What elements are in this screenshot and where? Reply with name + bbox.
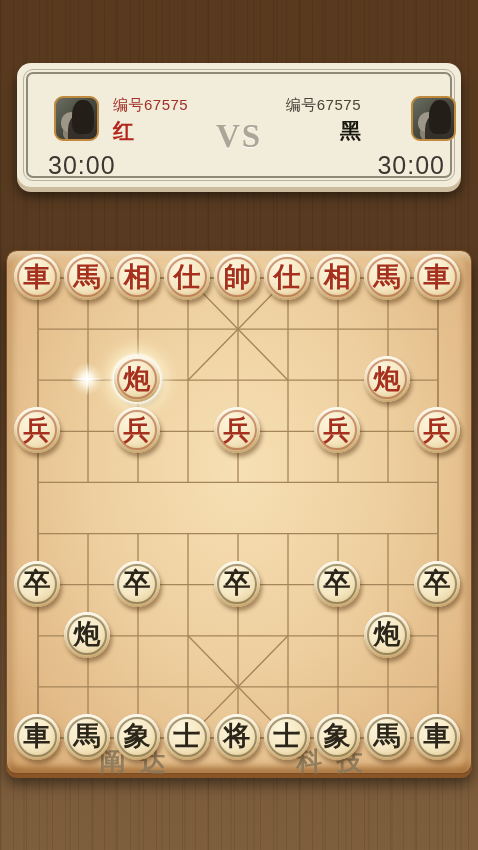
piece-glyph: 士: [274, 723, 301, 750]
piece-black-general[interactable]: 将: [214, 714, 260, 760]
piece-red-cannon[interactable]: 炮: [364, 356, 410, 402]
piece-glyph: 士: [174, 723, 201, 750]
piece-glyph: 仕: [274, 264, 301, 291]
piece-red-soldier[interactable]: 兵: [314, 407, 360, 453]
piece-red-soldier[interactable]: 兵: [414, 407, 460, 453]
piece-black-chariot[interactable]: 車: [414, 714, 460, 760]
piece-glyph: 馬: [374, 264, 401, 291]
piece-red-elephant[interactable]: 相: [314, 254, 360, 300]
piece-glyph: 馬: [374, 723, 401, 750]
piece-glyph: 車: [424, 723, 451, 750]
piece-black-advisor[interactable]: 士: [164, 714, 210, 760]
piece-glyph: 兵: [224, 417, 251, 444]
piece-black-soldier[interactable]: 卒: [314, 561, 360, 607]
piece-glyph: 卒: [424, 570, 451, 597]
red-player-timer: 30:00: [48, 151, 116, 180]
piece-glyph: 卒: [24, 570, 51, 597]
piece-glyph: 車: [24, 723, 51, 750]
piece-red-advisor[interactable]: 仕: [164, 254, 210, 300]
piece-red-horse[interactable]: 馬: [64, 254, 110, 300]
match-header-card: 编号67575 红 VS 编号67575 黑 30:00 30:00: [17, 63, 461, 187]
piece-red-chariot[interactable]: 車: [14, 254, 60, 300]
black-player-id: 编号67575: [286, 97, 361, 112]
game-screen: 编号67575 红 VS 编号67575 黑 30:00 30:00 阐达: [0, 0, 478, 850]
red-player-id: 编号67575: [113, 97, 188, 112]
piece-glyph: 炮: [374, 366, 401, 393]
piece-glyph: 帥: [224, 264, 251, 291]
piece-black-soldier[interactable]: 卒: [214, 561, 260, 607]
piece-red-elephant[interactable]: 相: [114, 254, 160, 300]
piece-glyph: 将: [224, 723, 251, 750]
piece-red-cannon[interactable]: 炮: [114, 356, 160, 402]
xiangqi-board[interactable]: 阐达 科技: [6, 250, 472, 774]
piece-glyph: 車: [424, 264, 451, 291]
piece-glyph: 象: [324, 723, 351, 750]
piece-black-soldier[interactable]: 卒: [14, 561, 60, 607]
piece-glyph: 卒: [324, 570, 351, 597]
piece-glyph: 仕: [174, 264, 201, 291]
black-player-avatar[interactable]: [411, 96, 456, 141]
piece-glyph: 象: [124, 723, 151, 750]
piece-red-soldier[interactable]: 兵: [214, 407, 260, 453]
piece-red-soldier[interactable]: 兵: [14, 407, 60, 453]
piece-glyph: 炮: [74, 621, 101, 648]
piece-black-horse[interactable]: 馬: [64, 714, 110, 760]
piece-glyph: 馬: [74, 723, 101, 750]
piece-red-soldier[interactable]: 兵: [114, 407, 160, 453]
piece-black-chariot[interactable]: 車: [14, 714, 60, 760]
piece-glyph: 兵: [324, 417, 351, 444]
black-player-info: 编号67575 黑: [286, 97, 361, 141]
piece-glyph: 馬: [74, 264, 101, 291]
piece-black-elephant[interactable]: 象: [314, 714, 360, 760]
piece-glyph: 兵: [424, 417, 451, 444]
piece-red-chariot[interactable]: 車: [414, 254, 460, 300]
piece-glyph: 炮: [124, 366, 151, 393]
piece-glyph: 卒: [124, 570, 151, 597]
piece-glyph: 車: [24, 264, 51, 291]
board-grid-lines: [28, 268, 448, 748]
piece-glyph: 炮: [374, 621, 401, 648]
vs-label: VS: [17, 118, 461, 155]
piece-glyph: 卒: [224, 570, 251, 597]
piece-black-soldier[interactable]: 卒: [114, 561, 160, 607]
piece-glyph: 兵: [24, 417, 51, 444]
piece-black-advisor[interactable]: 士: [264, 714, 310, 760]
piece-glyph: 相: [124, 264, 151, 291]
piece-red-horse[interactable]: 馬: [364, 254, 410, 300]
piece-black-elephant[interactable]: 象: [114, 714, 160, 760]
piece-black-soldier[interactable]: 卒: [414, 561, 460, 607]
piece-black-cannon[interactable]: 炮: [64, 612, 110, 658]
piece-glyph: 相: [324, 264, 351, 291]
piece-red-general[interactable]: 帥: [214, 254, 260, 300]
black-side-label: 黑: [286, 120, 361, 141]
black-player-timer: 30:00: [377, 151, 445, 180]
piece-glyph: 兵: [124, 417, 151, 444]
piece-red-advisor[interactable]: 仕: [264, 254, 310, 300]
piece-black-horse[interactable]: 馬: [364, 714, 410, 760]
piece-black-cannon[interactable]: 炮: [364, 612, 410, 658]
